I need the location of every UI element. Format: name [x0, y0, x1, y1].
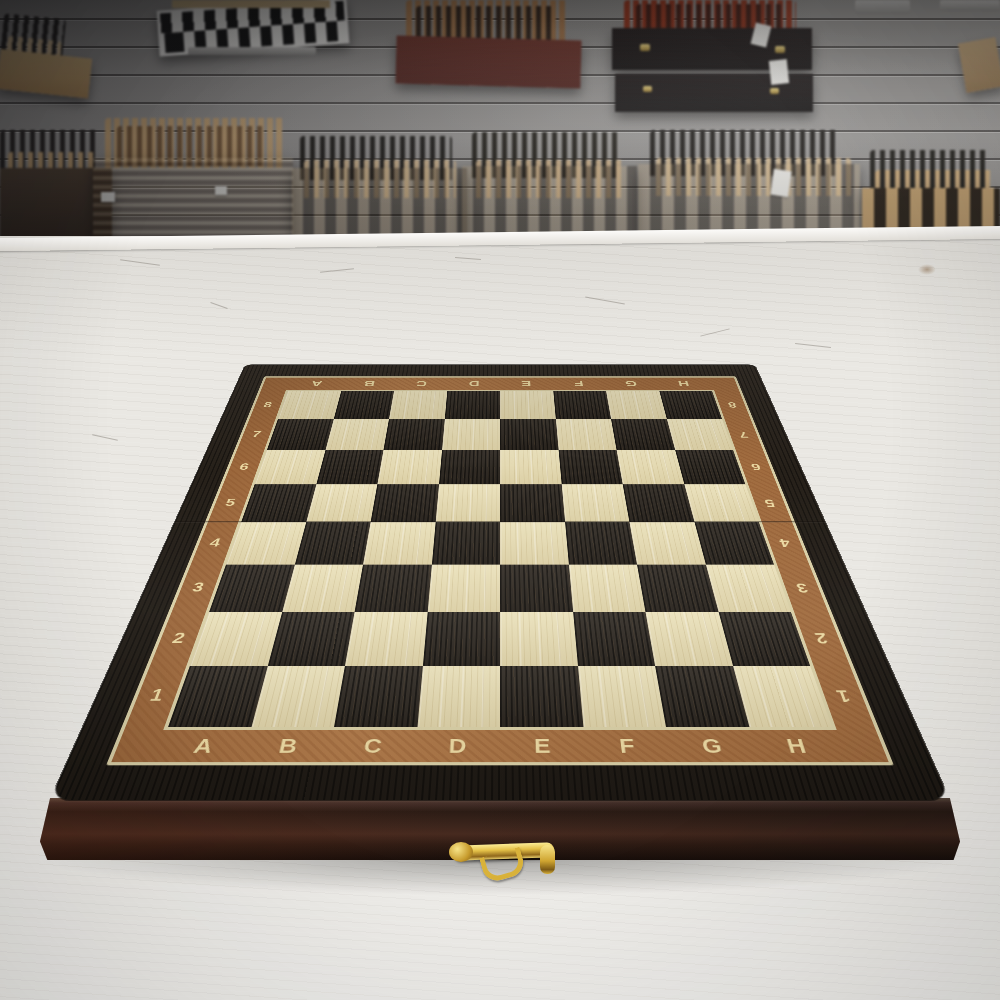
square-b5[interactable]: [306, 484, 377, 522]
file-label-far-g: G: [604, 378, 659, 390]
square-a8[interactable]: [278, 391, 341, 419]
file-label-near-c: C: [328, 730, 417, 762]
bg-set-2: [292, 132, 470, 242]
file-label-far-h: H: [655, 378, 711, 390]
square-e5[interactable]: [500, 484, 565, 522]
square-b8[interactable]: [333, 391, 394, 419]
square-f1[interactable]: [578, 666, 666, 727]
file-label-near-g: G: [667, 730, 759, 762]
square-c8[interactable]: [389, 391, 447, 419]
square-f2[interactable]: [573, 612, 655, 666]
square-f6[interactable]: [558, 450, 622, 484]
shop-wall: [0, 0, 1000, 248]
file-label-near-e: E: [500, 730, 586, 762]
bg-set-4: [638, 124, 863, 242]
square-c7[interactable]: [383, 419, 444, 450]
file-label-near-a: A: [155, 730, 250, 762]
file-label-near-f: F: [583, 730, 672, 762]
shelf-bracket: [188, 47, 316, 55]
bg-wood-box: [958, 37, 1000, 93]
shelf-bracket: [855, 0, 910, 14]
latch-knob: [540, 845, 555, 874]
square-g7[interactable]: [611, 419, 675, 450]
square-d4[interactable]: [432, 522, 500, 564]
square-g4[interactable]: [629, 522, 705, 564]
square-e3[interactable]: [500, 564, 573, 612]
square-b7[interactable]: [325, 419, 389, 450]
square-e1[interactable]: [500, 666, 583, 727]
bg-lid: [172, 0, 330, 8]
square-c4[interactable]: [363, 522, 435, 564]
file-label-near-d: D: [414, 730, 500, 762]
shop-photo: ABCDEFGH ABCDEFGH 87654321 87654321: [0, 0, 1000, 1000]
square-b4[interactable]: [295, 522, 371, 564]
square-c1[interactable]: [334, 666, 422, 727]
square-f7[interactable]: [556, 419, 617, 450]
price-tag: [769, 59, 789, 85]
square-d6[interactable]: [439, 450, 500, 484]
square-d5[interactable]: [435, 484, 500, 522]
bg-black-box-stack: [610, 0, 818, 100]
square-h5[interactable]: [684, 484, 759, 522]
file-labels-far: ABCDEFGH: [288, 378, 711, 390]
square-b2[interactable]: [267, 612, 354, 666]
square-a6[interactable]: [255, 450, 325, 484]
file-label-far-b: B: [341, 378, 396, 390]
bg-set-3: [462, 130, 640, 242]
square-g6[interactable]: [617, 450, 684, 484]
square-a7[interactable]: [267, 419, 334, 450]
square-g8[interactable]: [606, 391, 667, 419]
square-e7[interactable]: [500, 419, 558, 450]
shelf-bracket: [940, 0, 1000, 11]
bg-chess-set-small: [0, 13, 99, 102]
square-f3[interactable]: [568, 564, 645, 612]
latch-plate: [449, 842, 473, 862]
square-g3[interactable]: [637, 564, 718, 612]
bg-carved-box-set: [93, 118, 295, 242]
bg-red-board-set: [396, 0, 581, 90]
file-label-far-a: A: [288, 378, 344, 390]
square-f4[interactable]: [565, 522, 637, 564]
square-h6[interactable]: [675, 450, 745, 484]
square-e6[interactable]: [500, 450, 561, 484]
square-g5[interactable]: [623, 484, 694, 522]
file-label-near-h: H: [750, 730, 845, 762]
square-a5[interactable]: [241, 484, 316, 522]
square-d1[interactable]: [417, 666, 500, 727]
square-a4[interactable]: [226, 522, 306, 564]
square-d3[interactable]: [427, 564, 500, 612]
square-b1[interactable]: [251, 666, 345, 727]
square-c3[interactable]: [355, 564, 432, 612]
square-h7[interactable]: [667, 419, 734, 450]
square-c6[interactable]: [377, 450, 441, 484]
file-label-far-f: F: [552, 378, 606, 390]
file-label-near-b: B: [242, 730, 334, 762]
table-stain: [918, 264, 936, 275]
file-labels-near: ABCDEFGH: [155, 730, 844, 762]
box-latch: [452, 836, 570, 882]
square-e4[interactable]: [500, 522, 568, 564]
file-label-far-d: D: [447, 378, 500, 390]
square-f5[interactable]: [561, 484, 629, 522]
square-c2[interactable]: [345, 612, 427, 666]
shelf-items: [0, 0, 1000, 248]
square-e8[interactable]: [500, 391, 556, 419]
square-d2[interactable]: [422, 612, 500, 666]
square-b6[interactable]: [316, 450, 383, 484]
square-c5[interactable]: [371, 484, 439, 522]
file-label-far-c: C: [394, 378, 448, 390]
square-e2[interactable]: [500, 612, 578, 666]
square-f8[interactable]: [553, 391, 611, 419]
board-fold-seam: [174, 521, 825, 523]
square-d7[interactable]: [442, 419, 500, 450]
square-d8[interactable]: [444, 391, 500, 419]
square-h8[interactable]: [659, 391, 722, 419]
square-b3[interactable]: [282, 564, 363, 612]
file-label-far-e: E: [500, 378, 553, 390]
